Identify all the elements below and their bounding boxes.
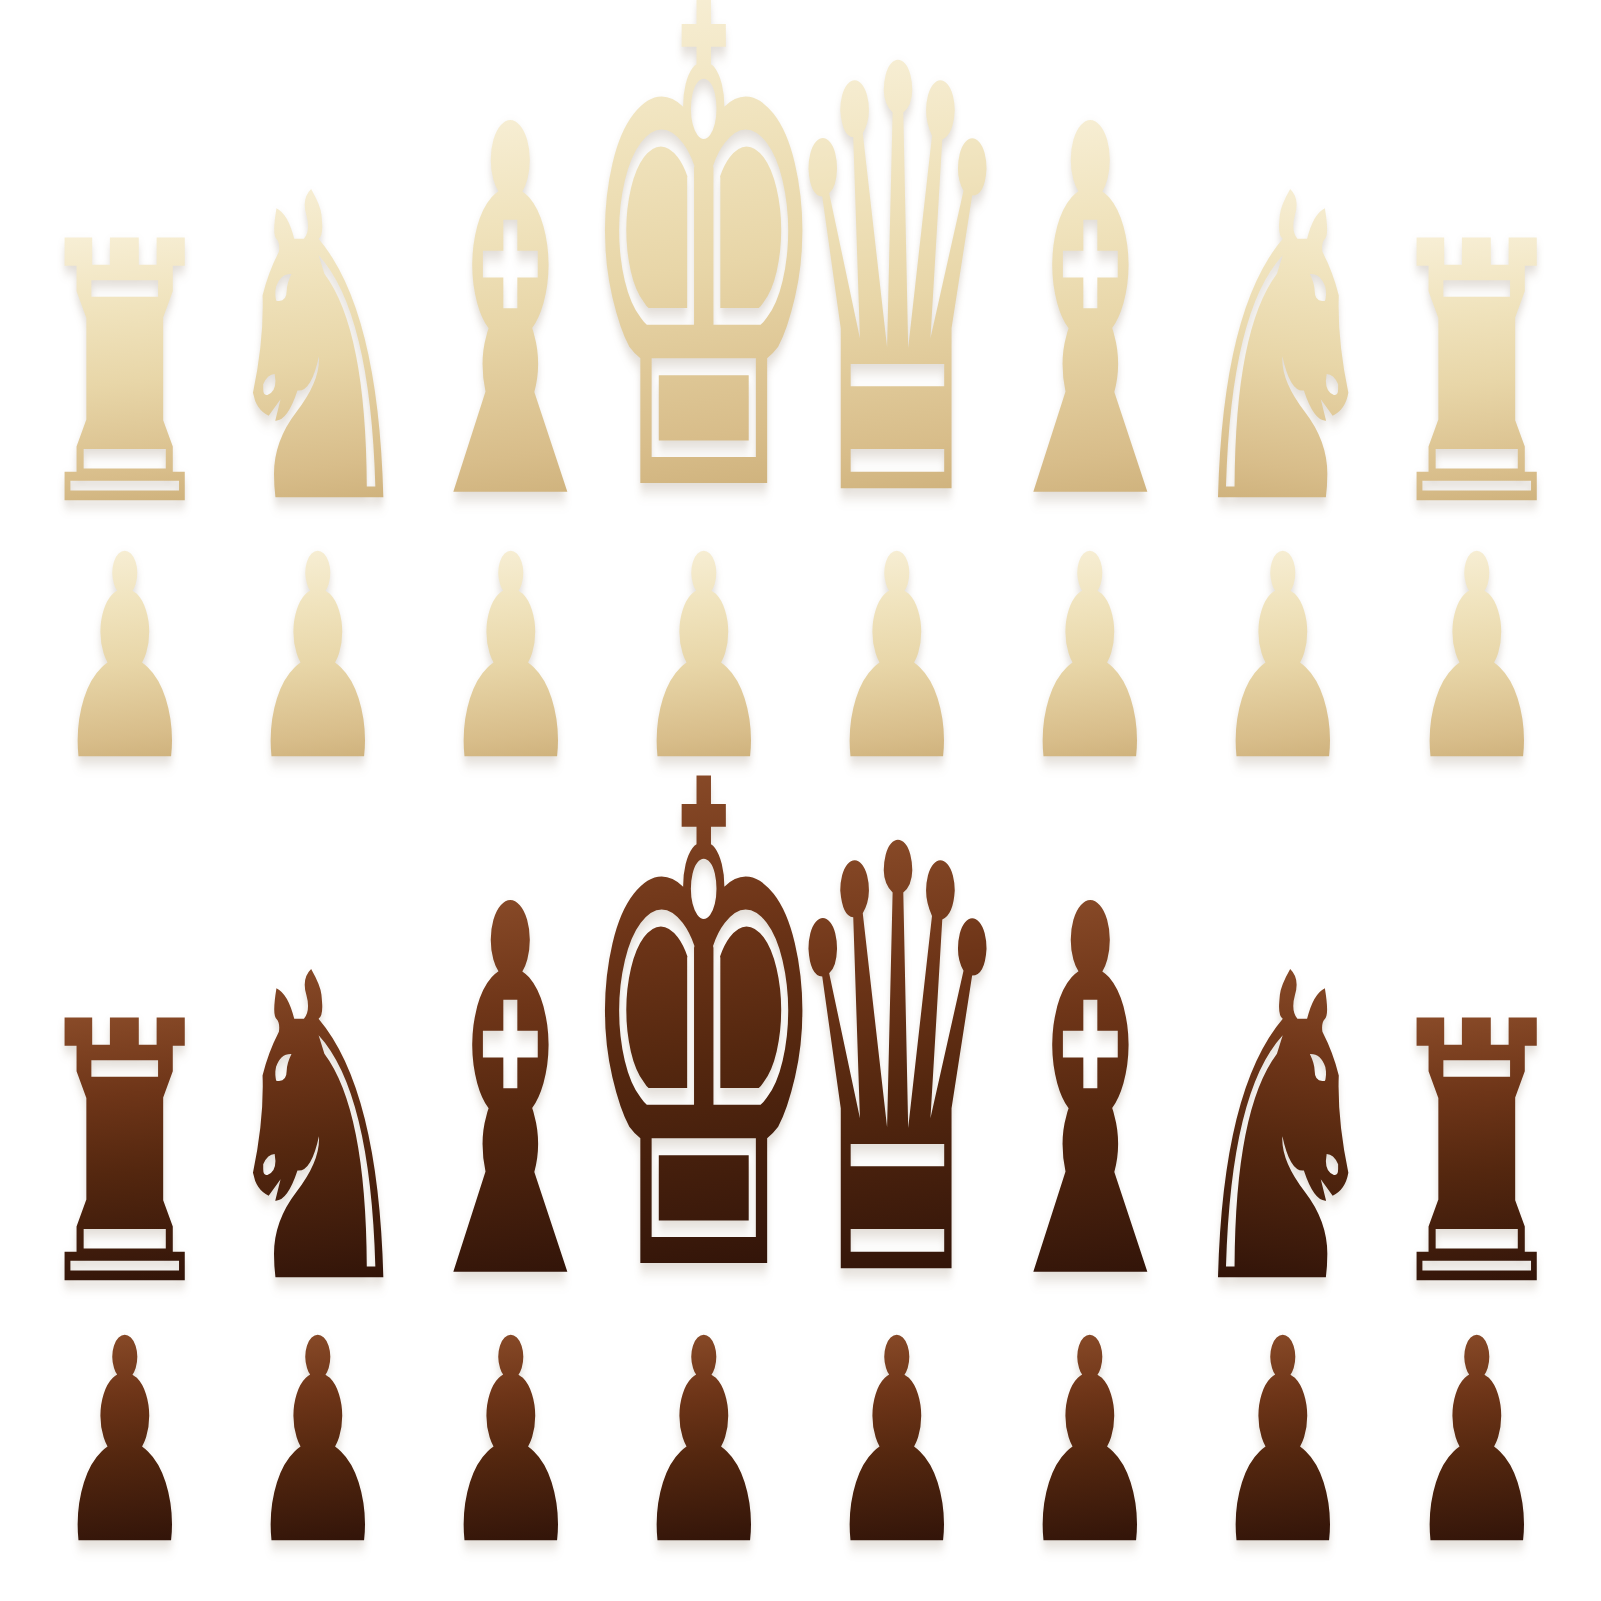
black-bishop-kingside: ♝: [981, 893, 1199, 1300]
piece-cell: ♟: [221, 1375, 414, 1555]
white-knight-queenside: ♞: [216, 182, 420, 520]
dark-piece-set: ♜ ♞ ♝ ♚ ♛ ♝ ♞ ♜ ♟ ♟ ♟ ♟ ♟ ♟ ♟ ♟: [0, 795, 1601, 1595]
black-pawn-2: ♟: [247, 1330, 388, 1555]
black-pawn-8: ♟: [1406, 1330, 1547, 1555]
piece-cell: ♜: [28, 276, 221, 520]
piece-cell: ♟: [994, 1375, 1187, 1555]
white-pawn-8: ♟: [1406, 546, 1547, 771]
white-pawn-6: ♟: [1020, 546, 1161, 771]
piece-cell: ♟: [994, 591, 1187, 771]
piece-cell: ♜: [28, 1056, 221, 1300]
piece-cell: ♚: [607, 144, 800, 520]
chess-pieces-product-photo: ♜ ♞ ♝ ♚ ♛ ♝ ♞ ♜ ♟ ♟ ♟ ♟ ♟ ♟ ♟ ♟ ♜ ♞ ♝ ♚ …: [0, 0, 1601, 1601]
white-knight-kingside: ♞: [1181, 182, 1385, 520]
piece-cell: ♝: [994, 996, 1187, 1300]
piece-cell: ♛: [801, 960, 994, 1300]
piece-cell: ♞: [1187, 252, 1380, 520]
piece-cell: ♝: [994, 216, 1187, 520]
black-queen: ♛: [779, 831, 1015, 1300]
black-pawn-3: ♟: [440, 1330, 581, 1555]
light-back-row: ♜ ♞ ♝ ♚ ♛ ♝ ♞ ♜: [0, 0, 1601, 520]
white-rook-kingside: ♜: [1381, 232, 1572, 520]
black-rook-queenside: ♜: [29, 1012, 220, 1300]
piece-cell: ♟: [1380, 1375, 1573, 1555]
white-pawn-3: ♟: [440, 546, 581, 771]
white-pawn-2: ♟: [247, 546, 388, 771]
black-rook-kingside: ♜: [1381, 1012, 1572, 1300]
white-bishop-kingside: ♝: [981, 113, 1199, 520]
piece-cell: ♟: [607, 1375, 800, 1555]
piece-cell: ♟: [221, 591, 414, 771]
piece-cell: ♟: [1187, 591, 1380, 771]
piece-cell: ♟: [28, 591, 221, 771]
black-pawn-4: ♟: [633, 1330, 774, 1555]
black-knight-kingside: ♞: [1181, 962, 1385, 1300]
white-rook-queenside: ♜: [29, 232, 220, 520]
piece-cell: ♚: [607, 924, 800, 1300]
piece-cell: ♜: [1380, 1056, 1573, 1300]
white-pawn-7: ♟: [1213, 546, 1354, 771]
piece-cell: ♞: [221, 252, 414, 520]
piece-cell: ♟: [801, 1375, 994, 1555]
piece-cell: ♞: [1187, 1032, 1380, 1300]
black-pawn-1: ♟: [54, 1330, 195, 1555]
piece-cell: ♟: [1187, 1375, 1380, 1555]
black-pawn-7: ♟: [1213, 1330, 1354, 1555]
black-pawn-5: ♟: [826, 1330, 967, 1555]
piece-cell: ♟: [28, 1375, 221, 1555]
piece-cell: ♜: [1380, 276, 1573, 520]
piece-cell: ♟: [414, 1375, 607, 1555]
white-pawn-1: ♟: [54, 546, 195, 771]
piece-cell: ♟: [1380, 591, 1573, 771]
black-knight-queenside: ♞: [216, 962, 420, 1300]
piece-cell: ♞: [221, 1032, 414, 1300]
black-pawn-6: ♟: [1020, 1330, 1161, 1555]
piece-cell: ♛: [801, 180, 994, 520]
white-queen: ♛: [779, 51, 1015, 520]
dark-back-row: ♜ ♞ ♝ ♚ ♛ ♝ ♞ ♜: [0, 795, 1601, 1300]
